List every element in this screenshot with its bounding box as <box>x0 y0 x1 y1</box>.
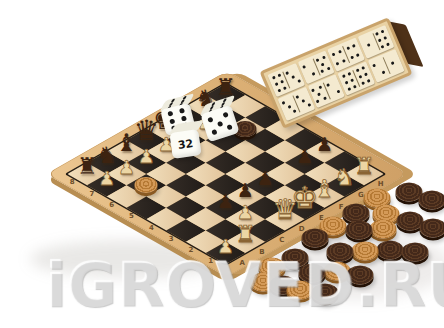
die-pip <box>312 72 316 76</box>
die-pip <box>307 103 311 107</box>
die-pip <box>318 86 322 90</box>
die-pip <box>291 75 295 79</box>
die-pip <box>350 56 354 60</box>
die-pip <box>350 78 354 82</box>
die-pip <box>338 50 342 54</box>
die-pip <box>282 86 286 90</box>
die-pip <box>336 62 340 66</box>
die-pip <box>378 38 382 42</box>
die-pip <box>285 71 289 75</box>
die-pip <box>381 44 385 48</box>
dominoes-tray <box>259 17 412 129</box>
die-pip <box>375 32 379 36</box>
die-pip <box>347 72 351 76</box>
die-pip <box>367 43 371 47</box>
product-photo-stage: 87654321 ABCDEFGH ♜♞♝♛♚♝♞♜♟♟♟♟♟♟♟♟♟♟♟♟♟♟… <box>0 0 444 328</box>
die-pip <box>321 62 325 66</box>
die-pip <box>367 79 371 83</box>
die-pip <box>296 95 300 99</box>
die-pip <box>356 53 360 57</box>
die-pip <box>287 105 291 109</box>
die-pip <box>361 66 365 70</box>
die-pip <box>344 81 348 85</box>
die-pip <box>346 46 350 50</box>
die-pip <box>320 69 324 73</box>
die-pip <box>382 70 386 74</box>
die-pip <box>364 72 368 76</box>
die-pip <box>384 36 388 40</box>
die-pip <box>332 52 336 56</box>
die-pip <box>356 69 360 73</box>
die-pip <box>280 80 284 84</box>
die-pip <box>272 76 276 80</box>
die-pip <box>293 109 297 113</box>
die-pip <box>277 74 281 78</box>
die-pip <box>336 90 340 94</box>
die-pip <box>342 75 346 79</box>
die-pip <box>358 75 362 79</box>
die-pip <box>361 81 365 85</box>
die-pip <box>277 88 281 92</box>
die-pip <box>347 87 351 91</box>
dark-checker-pile <box>397 212 424 231</box>
light-checker-pile <box>373 205 400 224</box>
die-pip <box>352 85 356 89</box>
die-pip <box>282 101 286 105</box>
die-pip <box>327 66 331 70</box>
die-pip <box>316 99 320 103</box>
die-pip <box>274 82 278 86</box>
die-pip <box>317 92 321 96</box>
die-pip <box>312 88 316 92</box>
die-pip <box>326 83 330 87</box>
die-pip <box>352 44 356 48</box>
dark-checker-pile <box>420 219 444 238</box>
die-pip <box>322 56 326 60</box>
die-pip <box>302 65 306 69</box>
dark-checker-pile <box>396 183 423 202</box>
die-pip <box>342 59 346 63</box>
die-pip <box>301 99 305 103</box>
die-pip <box>323 96 327 100</box>
die-pip <box>381 30 385 34</box>
die-pip <box>315 59 319 63</box>
die-pip <box>372 63 376 67</box>
dark-checker-pile <box>419 191 444 210</box>
die-pip <box>391 61 395 65</box>
die-pip <box>297 79 301 83</box>
die-pip <box>386 42 390 46</box>
dominoes-box <box>259 17 412 129</box>
